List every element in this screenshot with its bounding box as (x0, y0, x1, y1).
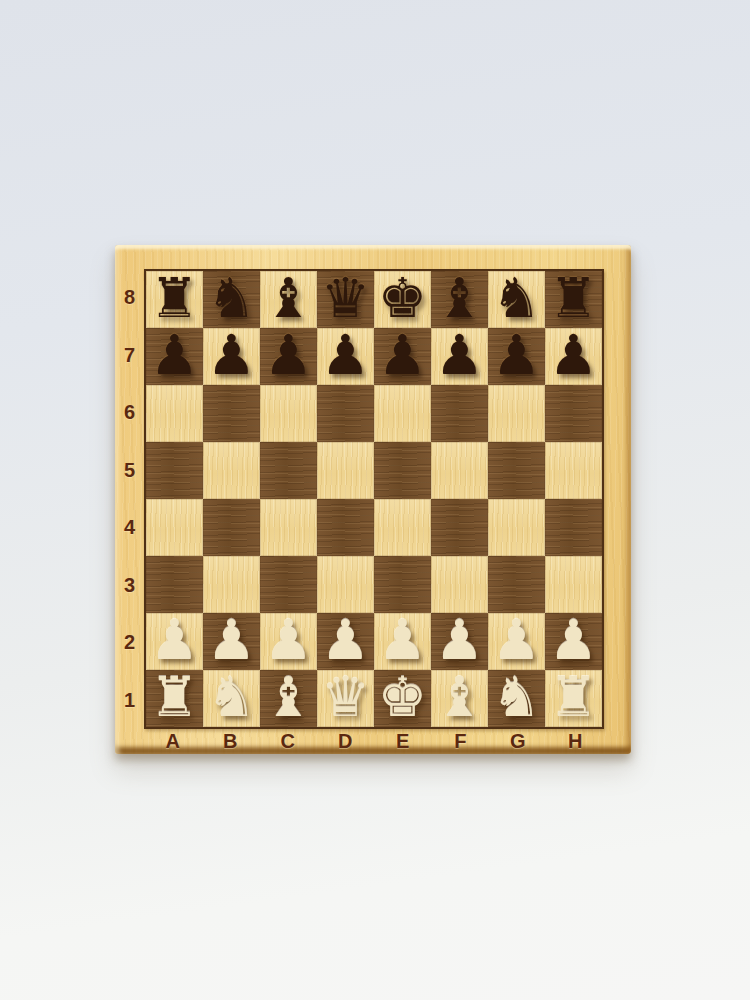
square-c8[interactable]: ♝ (260, 271, 317, 328)
white-queen-d1[interactable]: ♛ (321, 669, 370, 729)
white-pawn-d2[interactable]: ♟ (321, 612, 370, 672)
black-pawn-g7[interactable]: ♟ (492, 327, 541, 387)
square-c3[interactable] (260, 556, 317, 613)
white-pawn-h2[interactable]: ♟ (549, 612, 598, 672)
file-label-f: F (432, 729, 490, 754)
square-g3[interactable] (488, 556, 545, 613)
square-b4[interactable] (203, 499, 260, 556)
white-pawn-b2[interactable]: ♟ (207, 612, 256, 672)
square-e8[interactable]: ♚ (374, 271, 431, 328)
square-f6[interactable] (431, 385, 488, 442)
black-pawn-f7[interactable]: ♟ (435, 327, 484, 387)
rank-label-3: 3 (115, 557, 144, 615)
square-e6[interactable] (374, 385, 431, 442)
black-knight-b8[interactable]: ♞ (207, 270, 256, 330)
square-d4[interactable] (317, 499, 374, 556)
file-label-a: A (144, 729, 202, 754)
square-d3[interactable] (317, 556, 374, 613)
file-labels: ABCDEFGH (144, 729, 604, 754)
black-bishop-c8[interactable]: ♝ (264, 270, 313, 330)
rank-label-2: 2 (115, 614, 144, 672)
square-h4[interactable] (545, 499, 602, 556)
square-g7[interactable]: ♟ (488, 328, 545, 385)
white-rook-h1[interactable]: ♜ (549, 669, 598, 729)
square-g5[interactable] (488, 442, 545, 499)
rank-label-8: 8 (115, 269, 144, 327)
square-g6[interactable] (488, 385, 545, 442)
white-knight-g1[interactable]: ♞ (492, 669, 541, 729)
file-label-c: C (259, 729, 317, 754)
white-pawn-g2[interactable]: ♟ (492, 612, 541, 672)
square-d2[interactable]: ♟ (317, 613, 374, 670)
square-f8[interactable]: ♝ (431, 271, 488, 328)
square-b2[interactable]: ♟ (203, 613, 260, 670)
square-e4[interactable] (374, 499, 431, 556)
black-pawn-h7[interactable]: ♟ (549, 327, 598, 387)
square-d6[interactable] (317, 385, 374, 442)
square-f2[interactable]: ♟ (431, 613, 488, 670)
square-a8[interactable]: ♜ (146, 271, 203, 328)
square-h3[interactable] (545, 556, 602, 613)
page-background: { "game": "chess", "position": "rnbqkbnr… (0, 0, 750, 1000)
white-bishop-f1[interactable]: ♝ (435, 669, 484, 729)
black-pawn-a7[interactable]: ♟ (150, 327, 199, 387)
square-d7[interactable]: ♟ (317, 328, 374, 385)
square-c1[interactable]: ♝ (260, 670, 317, 727)
black-knight-g8[interactable]: ♞ (492, 270, 541, 330)
black-queen-d8[interactable]: ♛ (321, 270, 370, 330)
white-pawn-f2[interactable]: ♟ (435, 612, 484, 672)
white-rook-a1[interactable]: ♜ (150, 669, 199, 729)
chessboard: ♜♞♝♛♚♝♞♜♟♟♟♟♟♟♟♟♟♟♟♟♟♟♟♟♜♞♝♛♚♝♞♜ (144, 269, 604, 729)
square-c5[interactable] (260, 442, 317, 499)
rank-label-7: 7 (115, 327, 144, 385)
white-king-e1[interactable]: ♚ (378, 669, 427, 729)
square-c7[interactable]: ♟ (260, 328, 317, 385)
file-label-d: D (317, 729, 375, 754)
square-c2[interactable]: ♟ (260, 613, 317, 670)
rank-label-4: 4 (115, 499, 144, 557)
square-d5[interactable] (317, 442, 374, 499)
white-pawn-c2[interactable]: ♟ (264, 612, 313, 672)
rank-label-6: 6 (115, 384, 144, 442)
square-b3[interactable] (203, 556, 260, 613)
white-knight-b1[interactable]: ♞ (207, 669, 256, 729)
square-a6[interactable] (146, 385, 203, 442)
square-e7[interactable]: ♟ (374, 328, 431, 385)
square-h2[interactable]: ♟ (545, 613, 602, 670)
file-label-h: H (547, 729, 605, 754)
square-b5[interactable] (203, 442, 260, 499)
square-c6[interactable] (260, 385, 317, 442)
file-label-g: G (489, 729, 547, 754)
square-h6[interactable] (545, 385, 602, 442)
black-rook-a8[interactable]: ♜ (150, 270, 199, 330)
square-a1[interactable]: ♜ (146, 670, 203, 727)
square-g2[interactable]: ♟ (488, 613, 545, 670)
square-e5[interactable] (374, 442, 431, 499)
square-e3[interactable] (374, 556, 431, 613)
square-a3[interactable] (146, 556, 203, 613)
black-pawn-b7[interactable]: ♟ (207, 327, 256, 387)
square-d8[interactable]: ♛ (317, 271, 374, 328)
square-c4[interactable] (260, 499, 317, 556)
rank-label-1: 1 (115, 672, 144, 730)
black-king-e8[interactable]: ♚ (378, 270, 427, 330)
square-e2[interactable]: ♟ (374, 613, 431, 670)
square-g8[interactable]: ♞ (488, 271, 545, 328)
square-d1[interactable]: ♛ (317, 670, 374, 727)
square-f5[interactable] (431, 442, 488, 499)
black-bishop-f8[interactable]: ♝ (435, 270, 484, 330)
square-h8[interactable]: ♜ (545, 271, 602, 328)
square-b1[interactable]: ♞ (203, 670, 260, 727)
square-f4[interactable] (431, 499, 488, 556)
square-b7[interactable]: ♟ (203, 328, 260, 385)
square-h7[interactable]: ♟ (545, 328, 602, 385)
file-label-e: E (374, 729, 432, 754)
file-label-b: B (202, 729, 260, 754)
square-a4[interactable] (146, 499, 203, 556)
square-f3[interactable] (431, 556, 488, 613)
square-g1[interactable]: ♞ (488, 670, 545, 727)
square-f7[interactable]: ♟ (431, 328, 488, 385)
square-f1[interactable]: ♝ (431, 670, 488, 727)
square-g4[interactable] (488, 499, 545, 556)
rank-labels: 87654321 (115, 269, 144, 729)
square-a2[interactable]: ♟ (146, 613, 203, 670)
black-pawn-d7[interactable]: ♟ (321, 327, 370, 387)
square-a7[interactable]: ♟ (146, 328, 203, 385)
black-pawn-e7[interactable]: ♟ (378, 327, 427, 387)
chessboard-frame: 87654321 ♜♞♝♛♚♝♞♜♟♟♟♟♟♟♟♟♟♟♟♟♟♟♟♟♜♞♝♛♚♝♞… (115, 245, 631, 754)
square-b6[interactable] (203, 385, 260, 442)
black-pawn-c7[interactable]: ♟ (264, 327, 313, 387)
white-bishop-c1[interactable]: ♝ (264, 669, 313, 729)
white-pawn-e2[interactable]: ♟ (378, 612, 427, 672)
square-h5[interactable] (545, 442, 602, 499)
black-rook-h8[interactable]: ♜ (549, 270, 598, 330)
square-a5[interactable] (146, 442, 203, 499)
rank-label-5: 5 (115, 442, 144, 500)
square-h1[interactable]: ♜ (545, 670, 602, 727)
white-pawn-a2[interactable]: ♟ (150, 612, 199, 672)
square-b8[interactable]: ♞ (203, 271, 260, 328)
square-e1[interactable]: ♚ (374, 670, 431, 727)
